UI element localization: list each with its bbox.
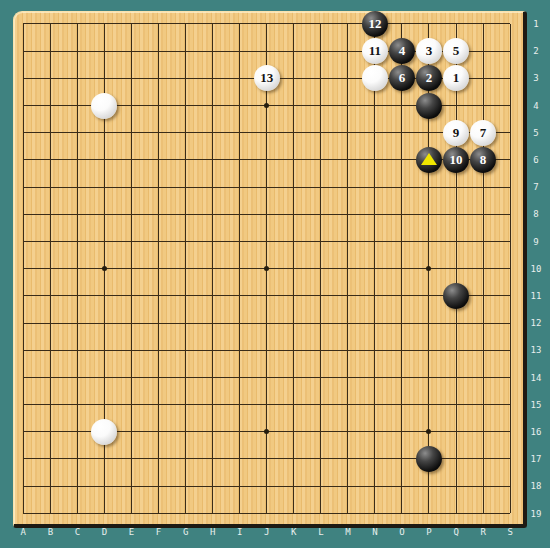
intersection-M17[interactable] [334,445,361,472]
intersection-R4[interactable] [470,92,497,119]
intersection-J8[interactable] [253,201,280,228]
intersection-D10[interactable] [91,255,118,282]
intersection-E2[interactable] [118,38,145,65]
intersection-B1[interactable] [37,10,64,37]
intersection-Q5[interactable]: 9 [443,119,470,146]
intersection-G13[interactable] [172,337,199,364]
intersection-B3[interactable] [37,65,64,92]
intersection-S8[interactable] [497,201,524,228]
intersection-K13[interactable] [280,337,307,364]
intersection-K9[interactable] [280,228,307,255]
intersection-R12[interactable] [470,309,497,336]
intersection-P3[interactable]: 2 [415,65,442,92]
intersection-Q19[interactable] [443,500,470,527]
intersection-P15[interactable] [415,391,442,418]
stone-white-D4[interactable] [91,93,117,119]
intersection-K17[interactable] [280,445,307,472]
intersection-M19[interactable] [334,500,361,527]
intersection-R7[interactable] [470,174,497,201]
stone-white-Q2[interactable]: 5 [443,38,469,64]
intersection-O6[interactable] [388,146,415,173]
intersection-O18[interactable] [388,473,415,500]
stone-black-O2[interactable]: 4 [389,38,415,64]
intersection-A3[interactable] [10,65,37,92]
intersection-I15[interactable] [226,391,253,418]
intersection-R9[interactable] [470,228,497,255]
intersection-D19[interactable] [91,500,118,527]
intersection-S11[interactable] [497,282,524,309]
intersection-N1[interactable]: 12 [361,10,388,37]
intersection-J6[interactable] [253,146,280,173]
intersection-L8[interactable] [307,201,334,228]
intersection-L3[interactable] [307,65,334,92]
intersection-J18[interactable] [253,473,280,500]
intersection-E15[interactable] [118,391,145,418]
intersection-M4[interactable] [334,92,361,119]
intersection-K16[interactable] [280,418,307,445]
intersection-I12[interactable] [226,309,253,336]
intersection-E6[interactable] [118,146,145,173]
intersection-R15[interactable] [470,391,497,418]
intersection-L10[interactable] [307,255,334,282]
intersection-S1[interactable] [497,10,524,37]
intersection-D18[interactable] [91,473,118,500]
intersection-E1[interactable] [118,10,145,37]
intersection-S17[interactable] [497,445,524,472]
intersection-Q13[interactable] [443,337,470,364]
intersection-C1[interactable] [64,10,91,37]
intersection-A5[interactable] [10,119,37,146]
intersection-P5[interactable] [415,119,442,146]
stone-black-P17[interactable] [416,446,442,472]
intersection-A15[interactable] [10,391,37,418]
intersection-J10[interactable] [253,255,280,282]
intersection-K18[interactable] [280,473,307,500]
intersection-S14[interactable] [497,364,524,391]
intersection-N2[interactable]: 11 [361,38,388,65]
intersection-Q7[interactable] [443,174,470,201]
intersection-N15[interactable] [361,391,388,418]
intersection-D8[interactable] [91,201,118,228]
intersection-B6[interactable] [37,146,64,173]
intersection-P8[interactable] [415,201,442,228]
intersection-N17[interactable] [361,445,388,472]
intersection-A18[interactable] [10,473,37,500]
intersection-C11[interactable] [64,282,91,309]
intersection-H19[interactable] [199,500,226,527]
intersection-B14[interactable] [37,364,64,391]
intersection-F3[interactable] [145,65,172,92]
intersection-B4[interactable] [37,92,64,119]
intersection-O5[interactable] [388,119,415,146]
stone-white-J3[interactable]: 13 [254,65,280,91]
intersection-C3[interactable] [64,65,91,92]
intersection-S4[interactable] [497,92,524,119]
intersection-O11[interactable] [388,282,415,309]
intersection-F7[interactable] [145,174,172,201]
intersection-G9[interactable] [172,228,199,255]
intersection-B10[interactable] [37,255,64,282]
intersection-D15[interactable] [91,391,118,418]
intersection-J17[interactable] [253,445,280,472]
intersection-G6[interactable] [172,146,199,173]
intersection-C7[interactable] [64,174,91,201]
intersection-S10[interactable] [497,255,524,282]
intersection-C13[interactable] [64,337,91,364]
intersection-Q17[interactable] [443,445,470,472]
intersection-G7[interactable] [172,174,199,201]
intersection-G14[interactable] [172,364,199,391]
stone-white-R5[interactable]: 7 [470,120,496,146]
intersection-M8[interactable] [334,201,361,228]
stone-black-P3[interactable]: 2 [416,65,442,91]
intersection-I2[interactable] [226,38,253,65]
intersection-R17[interactable] [470,445,497,472]
intersection-S5[interactable] [497,119,524,146]
intersection-E19[interactable] [118,500,145,527]
intersection-C10[interactable] [64,255,91,282]
intersection-M18[interactable] [334,473,361,500]
intersection-H16[interactable] [199,418,226,445]
intersection-L18[interactable] [307,473,334,500]
intersection-M1[interactable] [334,10,361,37]
intersection-N10[interactable] [361,255,388,282]
intersection-A14[interactable] [10,364,37,391]
intersection-N18[interactable] [361,473,388,500]
stone-white-Q5[interactable]: 9 [443,120,469,146]
intersection-H18[interactable] [199,473,226,500]
intersection-F6[interactable] [145,146,172,173]
intersection-P16[interactable] [415,418,442,445]
stone-black-P6[interactable] [416,147,442,173]
intersection-C18[interactable] [64,473,91,500]
intersection-G11[interactable] [172,282,199,309]
intersection-F4[interactable] [145,92,172,119]
intersection-M2[interactable] [334,38,361,65]
intersection-J3[interactable]: 13 [253,65,280,92]
intersection-B13[interactable] [37,337,64,364]
intersection-A17[interactable] [10,445,37,472]
intersection-L1[interactable] [307,10,334,37]
intersection-G4[interactable] [172,92,199,119]
intersection-M13[interactable] [334,337,361,364]
intersection-F5[interactable] [145,119,172,146]
intersection-F9[interactable] [145,228,172,255]
intersection-D1[interactable] [91,10,118,37]
intersection-O13[interactable] [388,337,415,364]
intersection-I17[interactable] [226,445,253,472]
intersection-E14[interactable] [118,364,145,391]
intersection-E9[interactable] [118,228,145,255]
intersection-F14[interactable] [145,364,172,391]
intersection-P12[interactable] [415,309,442,336]
intersection-F11[interactable] [145,282,172,309]
intersection-B9[interactable] [37,228,64,255]
intersection-A8[interactable] [10,201,37,228]
intersection-I14[interactable] [226,364,253,391]
intersection-S6[interactable] [497,146,524,173]
intersection-A11[interactable] [10,282,37,309]
intersection-H17[interactable] [199,445,226,472]
intersection-K8[interactable] [280,201,307,228]
intersection-M7[interactable] [334,174,361,201]
intersection-C17[interactable] [64,445,91,472]
intersection-B15[interactable] [37,391,64,418]
intersection-O1[interactable] [388,10,415,37]
intersection-E18[interactable] [118,473,145,500]
intersection-C15[interactable] [64,391,91,418]
intersection-K12[interactable] [280,309,307,336]
intersection-B12[interactable] [37,309,64,336]
intersection-G3[interactable] [172,65,199,92]
intersection-N8[interactable] [361,201,388,228]
intersection-H6[interactable] [199,146,226,173]
intersection-J16[interactable] [253,418,280,445]
intersection-H14[interactable] [199,364,226,391]
intersection-K3[interactable] [280,65,307,92]
intersection-G12[interactable] [172,309,199,336]
intersection-C8[interactable] [64,201,91,228]
intersection-N19[interactable] [361,500,388,527]
intersection-N7[interactable] [361,174,388,201]
intersection-P6[interactable] [415,146,442,173]
intersection-G8[interactable] [172,201,199,228]
intersection-P11[interactable] [415,282,442,309]
intersection-I3[interactable] [226,65,253,92]
intersection-D13[interactable] [91,337,118,364]
intersection-J5[interactable] [253,119,280,146]
intersection-R2[interactable] [470,38,497,65]
intersection-D17[interactable] [91,445,118,472]
intersection-M6[interactable] [334,146,361,173]
intersection-Q1[interactable] [443,10,470,37]
intersection-P2[interactable]: 3 [415,38,442,65]
stone-white-D16[interactable] [91,419,117,445]
intersection-D6[interactable] [91,146,118,173]
intersection-G5[interactable] [172,119,199,146]
intersection-O19[interactable] [388,500,415,527]
stone-black-O3[interactable]: 6 [389,65,415,91]
intersection-E10[interactable] [118,255,145,282]
intersection-N11[interactable] [361,282,388,309]
intersection-P7[interactable] [415,174,442,201]
intersection-A1[interactable] [10,10,37,37]
intersection-C4[interactable] [64,92,91,119]
intersection-K2[interactable] [280,38,307,65]
intersection-N4[interactable] [361,92,388,119]
intersection-I19[interactable] [226,500,253,527]
intersection-S2[interactable] [497,38,524,65]
intersection-E4[interactable] [118,92,145,119]
intersection-B7[interactable] [37,174,64,201]
intersection-J11[interactable] [253,282,280,309]
intersection-I6[interactable] [226,146,253,173]
intersection-R3[interactable] [470,65,497,92]
intersection-B11[interactable] [37,282,64,309]
intersection-M12[interactable] [334,309,361,336]
intersection-R19[interactable] [470,500,497,527]
intersection-Q10[interactable] [443,255,470,282]
intersection-N6[interactable] [361,146,388,173]
intersection-S16[interactable] [497,418,524,445]
intersection-P1[interactable] [415,10,442,37]
intersection-Q12[interactable] [443,309,470,336]
intersection-M15[interactable] [334,391,361,418]
intersection-B18[interactable] [37,473,64,500]
intersection-A10[interactable] [10,255,37,282]
intersection-O17[interactable] [388,445,415,472]
stone-white-N3[interactable] [362,65,388,91]
intersection-S15[interactable] [497,391,524,418]
intersection-O8[interactable] [388,201,415,228]
intersection-J15[interactable] [253,391,280,418]
intersection-O12[interactable] [388,309,415,336]
intersection-M10[interactable] [334,255,361,282]
intersection-Q18[interactable] [443,473,470,500]
intersection-R5[interactable]: 7 [470,119,497,146]
intersection-H13[interactable] [199,337,226,364]
intersection-H5[interactable] [199,119,226,146]
intersection-L4[interactable] [307,92,334,119]
intersection-B19[interactable] [37,500,64,527]
intersection-N13[interactable] [361,337,388,364]
intersection-N5[interactable] [361,119,388,146]
intersection-F8[interactable] [145,201,172,228]
intersection-H15[interactable] [199,391,226,418]
intersection-J1[interactable] [253,10,280,37]
intersection-I18[interactable] [226,473,253,500]
stone-black-N1[interactable]: 12 [362,11,388,37]
intersection-Q2[interactable]: 5 [443,38,470,65]
intersection-P4[interactable] [415,92,442,119]
stone-black-R6[interactable]: 8 [470,147,496,173]
intersection-H2[interactable] [199,38,226,65]
intersection-A7[interactable] [10,174,37,201]
intersection-Q15[interactable] [443,391,470,418]
intersection-P19[interactable] [415,500,442,527]
intersection-K5[interactable] [280,119,307,146]
intersection-J19[interactable] [253,500,280,527]
intersection-G1[interactable] [172,10,199,37]
intersection-L16[interactable] [307,418,334,445]
intersection-L13[interactable] [307,337,334,364]
intersection-O10[interactable] [388,255,415,282]
intersection-N3[interactable] [361,65,388,92]
intersection-S7[interactable] [497,174,524,201]
intersection-S3[interactable] [497,65,524,92]
intersection-L14[interactable] [307,364,334,391]
intersection-I4[interactable] [226,92,253,119]
intersection-F19[interactable] [145,500,172,527]
intersection-C2[interactable] [64,38,91,65]
intersection-H11[interactable] [199,282,226,309]
intersection-K7[interactable] [280,174,307,201]
intersection-I8[interactable] [226,201,253,228]
stone-black-Q6[interactable]: 10 [443,147,469,173]
intersection-I13[interactable] [226,337,253,364]
intersection-S13[interactable] [497,337,524,364]
intersection-O7[interactable] [388,174,415,201]
intersection-D3[interactable] [91,65,118,92]
intersection-D4[interactable] [91,92,118,119]
intersection-H8[interactable] [199,201,226,228]
intersection-F1[interactable] [145,10,172,37]
intersection-C12[interactable] [64,309,91,336]
intersection-M9[interactable] [334,228,361,255]
intersection-L17[interactable] [307,445,334,472]
intersection-H10[interactable] [199,255,226,282]
intersection-C14[interactable] [64,364,91,391]
intersection-A2[interactable] [10,38,37,65]
intersection-E3[interactable] [118,65,145,92]
intersection-P10[interactable] [415,255,442,282]
intersection-M14[interactable] [334,364,361,391]
intersection-J14[interactable] [253,364,280,391]
intersection-R10[interactable] [470,255,497,282]
intersection-N16[interactable] [361,418,388,445]
intersection-R14[interactable] [470,364,497,391]
intersection-G10[interactable] [172,255,199,282]
intersection-J2[interactable] [253,38,280,65]
stone-black-Q11[interactable] [443,283,469,309]
intersection-F17[interactable] [145,445,172,472]
intersection-R18[interactable] [470,473,497,500]
intersection-D2[interactable] [91,38,118,65]
intersection-D12[interactable] [91,309,118,336]
intersection-C16[interactable] [64,418,91,445]
intersection-Q6[interactable]: 10 [443,146,470,173]
intersection-K6[interactable] [280,146,307,173]
intersection-G17[interactable] [172,445,199,472]
intersection-F10[interactable] [145,255,172,282]
intersection-L9[interactable] [307,228,334,255]
intersection-J12[interactable] [253,309,280,336]
intersection-P9[interactable] [415,228,442,255]
intersection-D9[interactable] [91,228,118,255]
intersection-F13[interactable] [145,337,172,364]
intersection-L12[interactable] [307,309,334,336]
intersection-B16[interactable] [37,418,64,445]
intersection-E12[interactable] [118,309,145,336]
intersection-L2[interactable] [307,38,334,65]
intersection-D11[interactable] [91,282,118,309]
stone-black-P4[interactable] [416,93,442,119]
intersection-G16[interactable] [172,418,199,445]
intersection-Q4[interactable] [443,92,470,119]
intersection-B2[interactable] [37,38,64,65]
intersection-E8[interactable] [118,201,145,228]
intersection-A9[interactable] [10,228,37,255]
intersection-Q8[interactable] [443,201,470,228]
intersection-R8[interactable] [470,201,497,228]
intersection-H12[interactable] [199,309,226,336]
intersection-C9[interactable] [64,228,91,255]
intersection-C5[interactable] [64,119,91,146]
intersection-K1[interactable] [280,10,307,37]
intersection-L19[interactable] [307,500,334,527]
intersection-R1[interactable] [470,10,497,37]
intersection-I5[interactable] [226,119,253,146]
intersection-K4[interactable] [280,92,307,119]
intersection-H3[interactable] [199,65,226,92]
intersection-Q9[interactable] [443,228,470,255]
intersection-D5[interactable] [91,119,118,146]
intersection-A16[interactable] [10,418,37,445]
intersection-O15[interactable] [388,391,415,418]
intersection-P14[interactable] [415,364,442,391]
intersection-I1[interactable] [226,10,253,37]
intersection-F16[interactable] [145,418,172,445]
